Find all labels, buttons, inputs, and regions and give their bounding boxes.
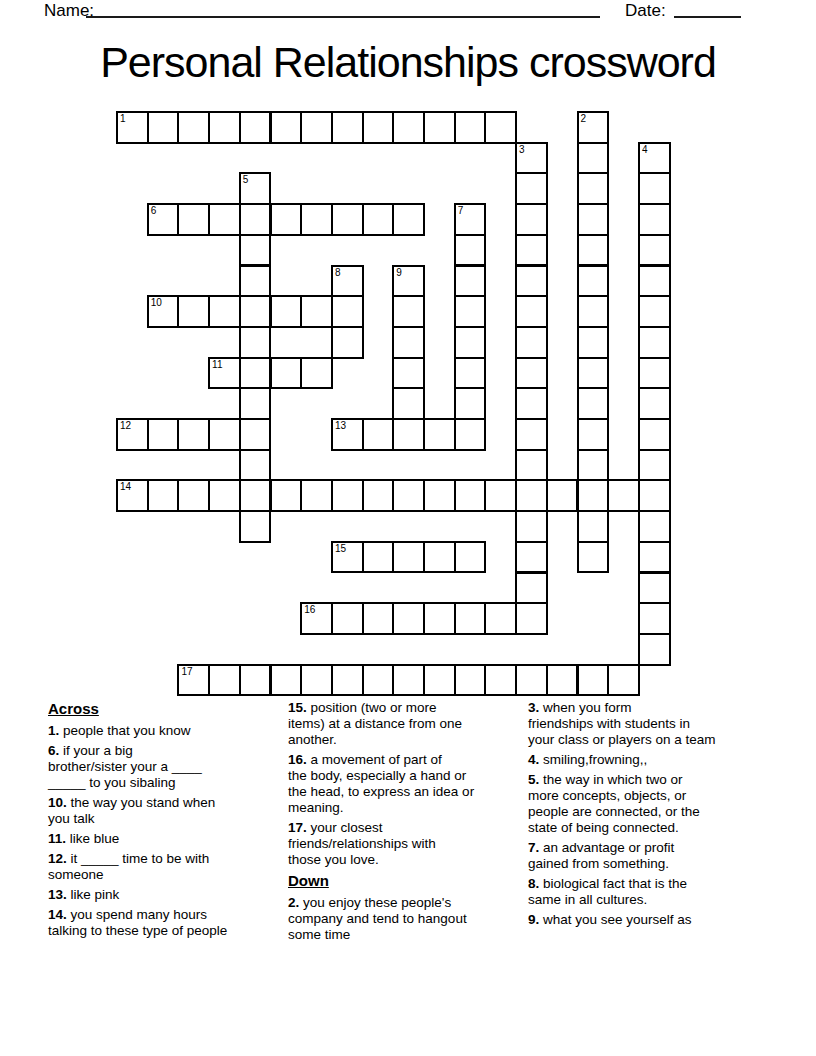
grid-cell-r7c7[interactable] [331,326,364,359]
grid-cell-r12c16[interactable] [607,479,640,512]
clue-number-label-4: 4 [642,144,648,156]
clue-15-across: 15. position (two or more items) at a di… [288,700,530,748]
grid-cell-r3c8[interactable] [362,203,395,236]
grid-cell-r8c5[interactable] [270,357,303,390]
clue-16-across: 16. a movement of part of the body, espe… [288,752,530,816]
grid-cell-r4c4[interactable] [239,234,272,267]
grid-cell-r16c11[interactable] [454,602,487,635]
grid-cell-r14c10[interactable] [423,541,456,574]
grid-cell-r8c6[interactable] [300,357,333,390]
clue-8-down: 8. biological fact that is the same in a… [528,876,770,908]
clue-number: 9. [528,912,539,927]
grid-cell-r12c10[interactable] [423,479,456,512]
grid-cell-r2c4[interactable]: 5 [239,172,272,205]
grid-cell-r7c13[interactable] [515,326,548,359]
grid-cell-r11c17[interactable] [638,449,671,482]
grid-cell-r6c17[interactable] [638,295,671,328]
clue-11-across: 11. like blue [48,831,290,847]
grid-cell-r3c1[interactable]: 6 [147,203,180,236]
clue-7-down: 7. an advantage or profit gained from so… [528,840,770,872]
grid-cell-r6c11[interactable] [454,295,487,328]
grid-cell-r10c15[interactable] [577,418,610,451]
clue-number-label-8: 8 [335,267,341,279]
grid-cell-r7c11[interactable] [454,326,487,359]
grid-cell-r5c15[interactable] [577,265,610,298]
grid-cell-r16c12[interactable] [484,602,517,635]
page-title: Personal Relationships crossword [0,38,816,87]
clue-number: 7. [528,840,539,855]
grid-cell-r5c17[interactable] [638,265,671,298]
grid-cell-r5c13[interactable] [515,265,548,298]
clue-12-across: 12. it _____ time to be with someone [48,851,290,883]
grid-cell-r6c2[interactable] [177,295,210,328]
clue-number: 8. [528,876,539,891]
grid-cell-r4c15[interactable] [577,234,610,267]
grid-cell-r8c9[interactable] [392,357,425,390]
grid-cell-r13c15[interactable] [577,510,610,543]
grid-cell-r16c17[interactable] [638,602,671,635]
name-blank-line [86,16,600,18]
grid-cell-r18c11[interactable] [454,664,487,697]
grid-cell-r18c16[interactable] [607,664,640,697]
grid-cell-r2c17[interactable] [638,172,671,205]
grid-cell-r9c13[interactable] [515,387,548,420]
grid-cell-r10c0[interactable]: 12 [116,418,149,451]
clue-6-across: 6. if your a big brother/sister your a _… [48,743,290,791]
grid-cell-r18c8[interactable] [362,664,395,697]
grid-cell-r7c9[interactable] [392,326,425,359]
name-label: Name: [44,1,94,21]
grid-cell-r12c15[interactable] [577,479,610,512]
grid-cell-r2c13[interactable] [515,172,548,205]
grid-cell-r18c10[interactable] [423,664,456,697]
grid-cell-r6c9[interactable] [392,295,425,328]
grid-cell-r10c10[interactable] [423,418,456,451]
clue-3-down: 3. when you form friendships with studen… [528,700,770,748]
grid-cell-r3c15[interactable] [577,203,610,236]
grid-cell-r18c2[interactable]: 17 [177,664,210,697]
clue-column-1: Across1. people that you know6. if your … [48,700,290,943]
grid-cell-r12c2[interactable] [177,479,210,512]
grid-cell-r10c1[interactable] [147,418,180,451]
clue-number-label-14: 14 [120,481,131,493]
grid-cell-r3c7[interactable] [331,203,364,236]
grid-cell-r13c4[interactable] [239,510,272,543]
grid-cell-r12c13[interactable] [515,479,548,512]
grid-cell-r8c13[interactable] [515,357,548,390]
grid-cell-r3c11[interactable]: 7 [454,203,487,236]
grid-cell-r1c15[interactable] [577,142,610,175]
grid-cell-r15c13[interactable] [515,572,548,605]
grid-cell-r9c11[interactable] [454,387,487,420]
grid-cell-r6c3[interactable] [208,295,241,328]
clue-1-across: 1. people that you know [48,723,290,739]
grid-cell-r6c6[interactable] [300,295,333,328]
grid-cell-r16c10[interactable] [423,602,456,635]
grid-cell-r12c4[interactable] [239,479,272,512]
grid-cell-r9c15[interactable] [577,387,610,420]
grid-cell-r8c4[interactable] [239,357,272,390]
grid-cell-r14c13[interactable] [515,541,548,574]
clue-number: 11. [48,831,66,846]
grid-cell-r4c17[interactable] [638,234,671,267]
grid-cell-r12c1[interactable] [147,479,180,512]
grid-cell-r10c11[interactable] [454,418,487,451]
grid-cell-r6c4[interactable] [239,295,272,328]
grid-cell-r0c10[interactable] [423,111,456,144]
grid-cell-r6c7[interactable] [331,295,364,328]
grid-cell-r12c9[interactable] [392,479,425,512]
grid-cell-r14c9[interactable] [392,541,425,574]
grid-cell-r18c14[interactable] [546,664,579,697]
clue-number-label-5: 5 [243,174,249,186]
clue-number: 12. [48,851,67,866]
clue-number-label-13: 13 [335,420,346,432]
grid-cell-r4c13[interactable] [515,234,548,267]
grid-cell-r10c8[interactable] [362,418,395,451]
grid-cell-r10c2[interactable] [177,418,210,451]
clue-number-label-1: 1 [120,113,126,125]
grid-cell-r18c3[interactable] [208,664,241,697]
grid-cell-r10c9[interactable] [392,418,425,451]
clue-column-3: 3. when you form friendships with studen… [528,700,770,932]
grid-cell-r12c12[interactable] [484,479,517,512]
grid-cell-r0c3[interactable] [208,111,241,144]
clue-number-label-15: 15 [335,543,346,555]
clue-number-label-9: 9 [396,267,402,279]
grid-cell-r0c5[interactable] [270,111,303,144]
grid-cell-r0c11[interactable] [454,111,487,144]
clue-number: 6. [48,743,59,758]
grid-cell-r6c13[interactable] [515,295,548,328]
clue-column-2: 15. position (two or more items) at a di… [288,700,530,947]
clue-number: 2. [288,895,299,910]
clue-number-label-16: 16 [304,604,315,616]
clue-14-across: 14. you spend many hours talking to thes… [48,907,290,939]
grid-cell-r8c11[interactable] [454,357,487,390]
date-label: Date: [625,1,666,21]
clue-number-label-2: 2 [581,113,587,125]
grid-cell-r5c4[interactable] [239,265,272,298]
grid-cell-r0c2[interactable] [177,111,210,144]
clue-number-label-17: 17 [181,666,192,678]
grid-cell-r15c17[interactable] [638,572,671,605]
grid-cell-r18c4[interactable] [239,664,272,697]
grid-cell-r11c13[interactable] [515,449,548,482]
grid-cell-r9c17[interactable] [638,387,671,420]
clue-9-down: 9. what you see yourself as [528,912,770,928]
grid-cell-r5c11[interactable] [454,265,487,298]
grid-cell-r14c7[interactable]: 15 [331,541,364,574]
grid-cell-r11c15[interactable] [577,449,610,482]
grid-cell-r6c15[interactable] [577,295,610,328]
grid-cell-r11c4[interactable] [239,449,272,482]
grid-cell-r13c13[interactable] [515,510,548,543]
clue-number-label-3: 3 [519,144,525,156]
grid-cell-r18c6[interactable] [300,664,333,697]
clue-number-label-6: 6 [151,205,157,217]
grid-cell-r0c8[interactable] [362,111,395,144]
grid-cell-r0c4[interactable] [239,111,272,144]
grid-cell-r0c6[interactable] [300,111,333,144]
grid-cell-r18c7[interactable] [331,664,364,697]
clue-5-down: 5. the way in which two or more concepts… [528,772,770,836]
date-blank-line [674,16,741,18]
grid-cell-r13c17[interactable] [638,510,671,543]
grid-cell-r1c17[interactable]: 4 [638,142,671,175]
grid-cell-r14c8[interactable] [362,541,395,574]
clue-number-label-12: 12 [120,420,131,432]
grid-cell-r14c11[interactable] [454,541,487,574]
grid-cell-r9c4[interactable] [239,387,272,420]
grid-cell-r16c9[interactable] [392,602,425,635]
grid-cell-r3c9[interactable] [392,203,425,236]
clue-10-across: 10. the way you stand when you talk [48,795,290,827]
clue-number-label-10: 10 [151,297,162,309]
clue-number: 1. [48,723,59,738]
grid-cell-r10c3[interactable] [208,418,241,451]
grid-cell-r12c6[interactable] [300,479,333,512]
grid-cell-r10c17[interactable] [638,418,671,451]
grid-cell-r10c4[interactable] [239,418,272,451]
grid-cell-r6c1[interactable]: 10 [147,295,180,328]
grid-cell-r9c9[interactable] [392,387,425,420]
grid-cell-r17c17[interactable] [638,633,671,666]
grid-cell-r3c17[interactable] [638,203,671,236]
down-heading: Down [288,872,530,889]
clue-number: 14. [48,907,67,922]
clue-number-label-11: 11 [212,359,222,371]
clue-number: 15. [288,700,307,715]
grid-cell-r7c4[interactable] [239,326,272,359]
grid-cell-r7c17[interactable] [638,326,671,359]
across-heading: Across [48,700,290,717]
grid-cell-r0c7[interactable] [331,111,364,144]
grid-cell-r18c12[interactable] [484,664,517,697]
clue-number: 3. [528,700,539,715]
grid-cell-r18c5[interactable] [270,664,303,697]
grid-cell-r3c5[interactable] [270,203,303,236]
grid-cell-r5c9[interactable]: 9 [392,265,425,298]
grid-cell-r16c7[interactable] [331,602,364,635]
grid-cell-r6c5[interactable] [270,295,303,328]
grid-cell-r8c15[interactable] [577,357,610,390]
grid-cell-r12c14[interactable] [546,479,579,512]
grid-cell-r1c13[interactable]: 3 [515,142,548,175]
grid-cell-r3c13[interactable] [515,203,548,236]
grid-cell-r2c15[interactable] [577,172,610,205]
clue-13-across: 13. like pink [48,887,290,903]
clue-number: 16. [288,752,307,767]
grid-cell-r12c0[interactable]: 14 [116,479,149,512]
grid-cell-r12c7[interactable] [331,479,364,512]
grid-cell-r16c13[interactable] [515,602,548,635]
grid-cell-r0c9[interactable] [392,111,425,144]
grid-cell-r0c0[interactable]: 1 [116,111,149,144]
grid-cell-r5c7[interactable]: 8 [331,265,364,298]
grid-cell-r3c6[interactable] [300,203,333,236]
grid-cell-r8c17[interactable] [638,357,671,390]
grid-cell-r16c6[interactable]: 16 [300,602,333,635]
grid-cell-r12c3[interactable] [208,479,241,512]
grid-cell-r18c9[interactable] [392,664,425,697]
grid-cell-r18c15[interactable] [577,664,610,697]
grid-cell-r0c12[interactable] [484,111,517,144]
grid-cell-r12c17[interactable] [638,479,671,512]
grid-cell-r14c15[interactable] [577,541,610,574]
grid-cell-r0c1[interactable] [147,111,180,144]
grid-cell-r3c2[interactable] [177,203,210,236]
clue-2-down: 2. you enjoy these people's company and … [288,895,530,943]
clue-number: 10. [48,795,67,810]
grid-cell-r12c5[interactable] [270,479,303,512]
clue-number: 4. [528,752,539,767]
grid-cell-r18c13[interactable] [515,664,548,697]
grid-cell-r14c17[interactable] [638,541,671,574]
clue-17-across: 17. your closest friends/relationships w… [288,820,530,868]
grid-cell-r0c15[interactable]: 2 [577,111,610,144]
grid-cell-r3c3[interactable] [208,203,241,236]
clue-number-label-7: 7 [458,205,464,217]
clue-number: 5. [528,772,539,787]
grid-cell-r12c11[interactable] [454,479,487,512]
grid-cell-r10c13[interactable] [515,418,548,451]
grid-cell-r16c8[interactable] [362,602,395,635]
clue-number: 17. [288,820,307,835]
grid-cell-r7c15[interactable] [577,326,610,359]
grid-cell-r8c3[interactable]: 11 [208,357,241,390]
grid-cell-r4c11[interactable] [454,234,487,267]
grid-cell-r10c7[interactable]: 13 [331,418,364,451]
grid-cell-r3c4[interactable] [239,203,272,236]
grid-cell-r12c8[interactable] [362,479,395,512]
clue-4-down: 4. smiling,frowning,, [528,752,770,768]
clue-number: 13. [48,887,67,902]
